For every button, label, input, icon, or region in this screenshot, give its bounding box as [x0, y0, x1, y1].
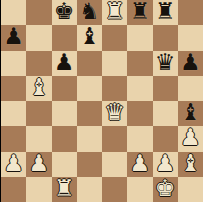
square-f6[interactable]	[127, 51, 152, 76]
square-c7[interactable]	[52, 25, 77, 50]
black-pawn-c6[interactable]: ♟	[54, 51, 75, 74]
square-f8[interactable]: ♜	[127, 0, 152, 25]
white-pawn-b2[interactable]: ♟	[29, 152, 50, 175]
square-d3[interactable]	[77, 126, 102, 151]
square-g6[interactable]: ♛	[153, 51, 178, 76]
square-e2[interactable]	[102, 152, 127, 177]
black-king-c8[interactable]: ♚	[54, 0, 75, 23]
square-g5[interactable]	[153, 76, 178, 101]
white-king-g1[interactable]: ♚	[155, 177, 176, 200]
square-d4[interactable]	[77, 101, 102, 126]
square-a2[interactable]: ♟	[1, 152, 26, 177]
square-c6[interactable]: ♟	[52, 51, 77, 76]
square-b3[interactable]	[26, 126, 51, 151]
white-pawn-a2[interactable]: ♟	[3, 152, 24, 175]
square-h6[interactable]: ♟	[178, 51, 203, 76]
white-pawn-h3[interactable]: ♟	[180, 126, 201, 149]
square-d5[interactable]	[77, 76, 102, 101]
square-d1[interactable]	[77, 177, 102, 202]
square-g8[interactable]: ♜	[153, 0, 178, 25]
square-b2[interactable]: ♟	[26, 152, 51, 177]
square-a5[interactable]	[1, 76, 26, 101]
square-h2[interactable]: ♝	[178, 152, 203, 177]
white-bishop-h2[interactable]: ♝	[180, 152, 201, 175]
square-g7[interactable]	[153, 25, 178, 50]
black-rook-g8[interactable]: ♜	[155, 0, 176, 23]
square-b5[interactable]: ♝	[26, 76, 51, 101]
white-rook-c1[interactable]: ♜	[54, 177, 75, 200]
square-a7[interactable]: ♟	[1, 25, 26, 50]
square-e1[interactable]	[102, 177, 127, 202]
white-pawn-f2[interactable]: ♟	[130, 152, 151, 175]
white-pawn-g2[interactable]: ♟	[155, 152, 176, 175]
square-e3[interactable]	[102, 126, 127, 151]
square-a4[interactable]	[1, 101, 26, 126]
black-knight-d8[interactable]: ♞	[79, 0, 100, 23]
square-a1[interactable]	[1, 177, 26, 202]
square-e7[interactable]	[102, 25, 127, 50]
square-a6[interactable]	[1, 51, 26, 76]
square-b8[interactable]	[26, 0, 51, 25]
square-e5[interactable]	[102, 76, 127, 101]
square-c4[interactable]	[52, 101, 77, 126]
square-f3[interactable]	[127, 126, 152, 151]
black-bishop-h4[interactable]: ♝	[180, 101, 201, 124]
chess-board: ♚♞♜♜♜♟♝♟♛♟♝♛♝♟♟♟♟♟♝♜♚	[0, 0, 202, 202]
white-queen-e4[interactable]: ♛	[104, 101, 125, 124]
square-e8[interactable]: ♜	[102, 0, 127, 25]
white-rook-e8[interactable]: ♜	[104, 0, 125, 23]
square-c1[interactable]: ♜	[52, 177, 77, 202]
black-queen-g6[interactable]: ♛	[155, 51, 176, 74]
square-c3[interactable]	[52, 126, 77, 151]
white-bishop-b5[interactable]: ♝	[29, 76, 50, 99]
square-d7[interactable]: ♝	[77, 25, 102, 50]
square-h4[interactable]: ♝	[178, 101, 203, 126]
square-h8[interactable]	[178, 0, 203, 25]
square-f5[interactable]	[127, 76, 152, 101]
square-d2[interactable]	[77, 152, 102, 177]
square-b1[interactable]	[26, 177, 51, 202]
square-g1[interactable]: ♚	[153, 177, 178, 202]
square-d6[interactable]	[77, 51, 102, 76]
square-f4[interactable]	[127, 101, 152, 126]
black-pawn-h6[interactable]: ♟	[180, 51, 201, 74]
square-g4[interactable]	[153, 101, 178, 126]
black-pawn-a7[interactable]: ♟	[3, 25, 24, 48]
square-d8[interactable]: ♞	[77, 0, 102, 25]
square-h1[interactable]	[178, 177, 203, 202]
square-h3[interactable]: ♟	[178, 126, 203, 151]
square-c8[interactable]: ♚	[52, 0, 77, 25]
square-f1[interactable]	[127, 177, 152, 202]
square-h7[interactable]	[178, 25, 203, 50]
square-g3[interactable]	[153, 126, 178, 151]
square-b7[interactable]	[26, 25, 51, 50]
square-f7[interactable]	[127, 25, 152, 50]
black-rook-f8[interactable]: ♜	[130, 0, 151, 23]
square-b6[interactable]	[26, 51, 51, 76]
square-e6[interactable]	[102, 51, 127, 76]
square-a8[interactable]	[1, 0, 26, 25]
square-e4[interactable]: ♛	[102, 101, 127, 126]
square-c5[interactable]	[52, 76, 77, 101]
square-b4[interactable]	[26, 101, 51, 126]
square-a3[interactable]	[1, 126, 26, 151]
square-h5[interactable]	[178, 76, 203, 101]
square-f2[interactable]: ♟	[127, 152, 152, 177]
black-bishop-d7[interactable]: ♝	[79, 25, 100, 48]
square-c2[interactable]	[52, 152, 77, 177]
square-g2[interactable]: ♟	[153, 152, 178, 177]
